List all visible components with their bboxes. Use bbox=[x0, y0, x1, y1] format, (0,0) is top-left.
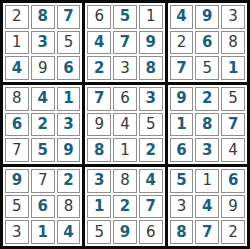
sudoku-cell-r3c5[interactable]: 3 bbox=[113, 56, 137, 80]
sudoku-cell-r7c6[interactable]: 4 bbox=[139, 169, 163, 193]
sudoku-cell-r1c8[interactable]: 9 bbox=[195, 5, 219, 29]
sudoku-cell-r6c6[interactable]: 2 bbox=[139, 138, 163, 162]
sudoku-cell-r6c8[interactable]: 3 bbox=[195, 138, 219, 162]
sudoku-cell-r5c6[interactable]: 5 bbox=[139, 113, 163, 137]
sudoku-cell-r3c8[interactable]: 5 bbox=[195, 56, 219, 80]
sudoku-cell-r8c2[interactable]: 6 bbox=[31, 195, 55, 219]
sudoku-cell-r9c3[interactable]: 4 bbox=[57, 220, 81, 244]
sudoku-box-5: 763945812 bbox=[85, 85, 164, 164]
sudoku-cell-r3c4[interactable]: 2 bbox=[87, 56, 111, 80]
sudoku-cell-r8c4[interactable]: 1 bbox=[87, 195, 111, 219]
sudoku-cell-r1c2[interactable]: 8 bbox=[31, 5, 55, 29]
sudoku-cell-r8c8[interactable]: 4 bbox=[195, 195, 219, 219]
sudoku-cell-r4c1[interactable]: 8 bbox=[5, 87, 29, 111]
sudoku-cell-r9c7[interactable]: 8 bbox=[170, 220, 194, 244]
sudoku-box-6: 925187634 bbox=[168, 85, 247, 164]
sudoku-cell-r4c5[interactable]: 6 bbox=[113, 87, 137, 111]
sudoku-cell-r8c7[interactable]: 3 bbox=[170, 195, 194, 219]
sudoku-cell-r7c2[interactable]: 7 bbox=[31, 169, 55, 193]
sudoku-cell-r7c4[interactable]: 3 bbox=[87, 169, 111, 193]
sudoku-cell-r6c2[interactable]: 5 bbox=[31, 138, 55, 162]
sudoku-cell-r7c3[interactable]: 2 bbox=[57, 169, 81, 193]
sudoku-cell-r2c8[interactable]: 6 bbox=[195, 31, 219, 55]
sudoku-box-4: 841623759 bbox=[3, 85, 82, 164]
sudoku-cell-r2c9[interactable]: 8 bbox=[221, 31, 245, 55]
sudoku-cell-r1c9[interactable]: 3 bbox=[221, 5, 245, 29]
sudoku-cell-r8c6[interactable]: 7 bbox=[139, 195, 163, 219]
sudoku-cell-r7c8[interactable]: 1 bbox=[195, 169, 219, 193]
sudoku-cell-r6c1[interactable]: 7 bbox=[5, 138, 29, 162]
sudoku-cell-r9c5[interactable]: 9 bbox=[113, 220, 137, 244]
sudoku-cell-r2c1[interactable]: 1 bbox=[5, 31, 29, 55]
sudoku-cell-r9c2[interactable]: 1 bbox=[31, 220, 55, 244]
sudoku-cell-r1c7[interactable]: 4 bbox=[170, 5, 194, 29]
sudoku-cell-r5c3[interactable]: 3 bbox=[57, 113, 81, 137]
sudoku-cell-r4c4[interactable]: 7 bbox=[87, 87, 111, 111]
sudoku-board: 2871354966514792384932687518416237597639… bbox=[0, 0, 250, 249]
sudoku-cell-r1c4[interactable]: 6 bbox=[87, 5, 111, 29]
sudoku-cell-r9c6[interactable]: 6 bbox=[139, 220, 163, 244]
sudoku-box-1: 287135496 bbox=[3, 3, 82, 82]
sudoku-box-8: 384127596 bbox=[85, 167, 164, 246]
sudoku-cell-r1c3[interactable]: 7 bbox=[57, 5, 81, 29]
sudoku-cell-r8c1[interactable]: 5 bbox=[5, 195, 29, 219]
sudoku-cell-r5c7[interactable]: 1 bbox=[170, 113, 194, 137]
sudoku-cell-r3c6[interactable]: 8 bbox=[139, 56, 163, 80]
sudoku-cell-r7c9[interactable]: 6 bbox=[221, 169, 245, 193]
sudoku-cell-r5c2[interactable]: 2 bbox=[31, 113, 55, 137]
sudoku-cell-r5c1[interactable]: 6 bbox=[5, 113, 29, 137]
sudoku-cell-r5c9[interactable]: 7 bbox=[221, 113, 245, 137]
sudoku-cell-r6c5[interactable]: 1 bbox=[113, 138, 137, 162]
sudoku-cell-r7c5[interactable]: 8 bbox=[113, 169, 137, 193]
sudoku-cell-r2c2[interactable]: 3 bbox=[31, 31, 55, 55]
sudoku-cell-r3c1[interactable]: 4 bbox=[5, 56, 29, 80]
sudoku-cell-r2c6[interactable]: 9 bbox=[139, 31, 163, 55]
sudoku-cell-r4c7[interactable]: 9 bbox=[170, 87, 194, 111]
sudoku-cell-r1c1[interactable]: 2 bbox=[5, 5, 29, 29]
sudoku-cell-r3c3[interactable]: 6 bbox=[57, 56, 81, 80]
sudoku-cell-r2c7[interactable]: 2 bbox=[170, 31, 194, 55]
sudoku-box-2: 651479238 bbox=[85, 3, 164, 82]
sudoku-box-3: 493268751 bbox=[168, 3, 247, 82]
sudoku-cell-r4c2[interactable]: 4 bbox=[31, 87, 55, 111]
sudoku-cell-r6c3[interactable]: 9 bbox=[57, 138, 81, 162]
sudoku-cell-r6c4[interactable]: 8 bbox=[87, 138, 111, 162]
sudoku-cell-r2c3[interactable]: 5 bbox=[57, 31, 81, 55]
sudoku-cell-r7c1[interactable]: 9 bbox=[5, 169, 29, 193]
sudoku-box-9: 516349872 bbox=[168, 167, 247, 246]
sudoku-cell-r5c4[interactable]: 9 bbox=[87, 113, 111, 137]
sudoku-cell-r3c9[interactable]: 1 bbox=[221, 56, 245, 80]
sudoku-cell-r2c4[interactable]: 4 bbox=[87, 31, 111, 55]
sudoku-cell-r4c8[interactable]: 2 bbox=[195, 87, 219, 111]
sudoku-cell-r6c9[interactable]: 4 bbox=[221, 138, 245, 162]
sudoku-cell-r3c7[interactable]: 7 bbox=[170, 56, 194, 80]
sudoku-cell-r5c8[interactable]: 8 bbox=[195, 113, 219, 137]
sudoku-cell-r9c1[interactable]: 3 bbox=[5, 220, 29, 244]
sudoku-cell-r4c6[interactable]: 3 bbox=[139, 87, 163, 111]
sudoku-cell-r9c9[interactable]: 2 bbox=[221, 220, 245, 244]
sudoku-cell-r1c5[interactable]: 5 bbox=[113, 5, 137, 29]
sudoku-cell-r2c5[interactable]: 7 bbox=[113, 31, 137, 55]
sudoku-cell-r9c8[interactable]: 7 bbox=[195, 220, 219, 244]
sudoku-cell-r5c5[interactable]: 4 bbox=[113, 113, 137, 137]
sudoku-cell-r8c3[interactable]: 8 bbox=[57, 195, 81, 219]
sudoku-cell-r8c5[interactable]: 2 bbox=[113, 195, 137, 219]
sudoku-cell-r4c9[interactable]: 5 bbox=[221, 87, 245, 111]
sudoku-cell-r8c9[interactable]: 9 bbox=[221, 195, 245, 219]
sudoku-cell-r9c4[interactable]: 5 bbox=[87, 220, 111, 244]
sudoku-box-7: 972568314 bbox=[3, 167, 82, 246]
sudoku-cell-r6c7[interactable]: 6 bbox=[170, 138, 194, 162]
sudoku-cell-r3c2[interactable]: 9 bbox=[31, 56, 55, 80]
sudoku-cell-r1c6[interactable]: 1 bbox=[139, 5, 163, 29]
sudoku-cell-r4c3[interactable]: 1 bbox=[57, 87, 81, 111]
sudoku-cell-r7c7[interactable]: 5 bbox=[170, 169, 194, 193]
